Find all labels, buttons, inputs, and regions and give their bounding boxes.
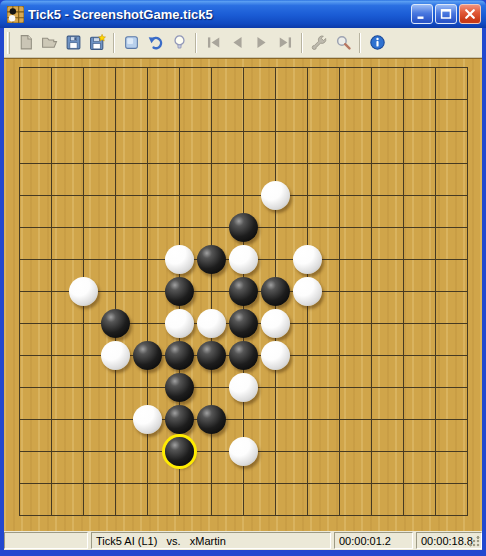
status-panel-empty [4, 532, 88, 549]
first-move-button [201, 31, 225, 55]
grid-line-vertical [435, 67, 436, 516]
black-stone [165, 373, 194, 402]
black-stone-last-move [165, 437, 194, 466]
black-stone [165, 405, 194, 434]
black-stone [197, 405, 226, 434]
white-stone [101, 341, 130, 370]
save-as-button[interactable] [85, 31, 109, 55]
black-stone [229, 277, 258, 306]
last-move-button [273, 31, 297, 55]
white-stone [229, 373, 258, 402]
grid-line-vertical [371, 67, 372, 516]
white-stone [261, 341, 290, 370]
open-button [37, 31, 61, 55]
white-stone [293, 245, 322, 274]
last-icon [277, 34, 294, 51]
about-button[interactable] [365, 31, 389, 55]
grid-line-horizontal [19, 483, 468, 484]
maximize-button[interactable] [435, 4, 457, 24]
toolbar-separator [195, 33, 197, 53]
grid-line-vertical [403, 67, 404, 516]
close-icon [463, 7, 477, 21]
bulb-icon [171, 34, 188, 51]
previous-move-button [225, 31, 249, 55]
open-icon [41, 34, 58, 51]
black-stone [101, 309, 130, 338]
prev-icon [229, 34, 246, 51]
white-stone [261, 181, 290, 210]
save-as-icon [89, 34, 106, 51]
white-stone [165, 245, 194, 274]
hint-button[interactable] [167, 31, 191, 55]
resize-grip[interactable] [468, 535, 480, 547]
black-stone [133, 341, 162, 370]
black-stone [197, 245, 226, 274]
white-stone [261, 309, 290, 338]
white-stone [197, 309, 226, 338]
new-game-button [13, 31, 37, 55]
title-bar[interactable]: Tick5 - ScreenshotGame.tick5 [0, 0, 486, 28]
black-stone [165, 277, 194, 306]
black-stone [197, 341, 226, 370]
app-window: Tick5 - ScreenshotGame.tick5 Tick5 AI (L… [0, 0, 486, 556]
black-stone [165, 341, 194, 370]
save-button[interactable] [61, 31, 85, 55]
first-icon [205, 34, 222, 51]
status-bar: Tick5 AI (L1) vs. xMartin 00:00:01.2 00:… [4, 531, 482, 550]
white-stone [133, 405, 162, 434]
save-icon [65, 34, 82, 51]
close-button[interactable] [459, 4, 481, 24]
white-stone [293, 277, 322, 306]
grid-line-horizontal [19, 515, 468, 516]
wrench-icon [311, 34, 328, 51]
info-icon [369, 34, 386, 51]
white-stone [229, 437, 258, 466]
white-stone [165, 309, 194, 338]
undo-button[interactable] [143, 31, 167, 55]
white-stone [229, 245, 258, 274]
black-stone [229, 309, 258, 338]
toolbar-handle[interactable] [7, 32, 10, 54]
new-icon [17, 34, 34, 51]
minimize-button[interactable] [411, 4, 433, 24]
black-stone [261, 277, 290, 306]
game-board[interactable] [4, 58, 482, 531]
window-title: Tick5 - ScreenshotGame.tick5 [28, 7, 411, 22]
grid-line-vertical [467, 67, 468, 516]
status-players: Tick5 AI (L1) vs. xMartin [91, 532, 331, 549]
toolbar-separator [113, 33, 115, 53]
toolbar [4, 28, 482, 58]
analyze-button [331, 31, 355, 55]
next-icon [253, 34, 270, 51]
next-move-button [249, 31, 273, 55]
minimize-icon [415, 7, 429, 21]
undo-icon [147, 34, 164, 51]
app-icon [7, 6, 24, 23]
settings-button [307, 31, 331, 55]
toolbar-separator [359, 33, 361, 53]
grid-line-horizontal [19, 419, 468, 420]
board-icon [123, 34, 140, 51]
timer-right-value: 00:00:18.8 [421, 535, 473, 547]
black-stone [229, 341, 258, 370]
search-icon [335, 34, 352, 51]
status-timer-left: 00:00:01.2 [334, 532, 413, 549]
new-board-button[interactable] [119, 31, 143, 55]
status-timer-right: 00:00:18.8 [416, 532, 482, 549]
white-stone [69, 277, 98, 306]
toolbar-separator [301, 33, 303, 53]
grid-line-vertical [339, 67, 340, 516]
maximize-icon [439, 7, 453, 21]
black-stone [229, 213, 258, 242]
